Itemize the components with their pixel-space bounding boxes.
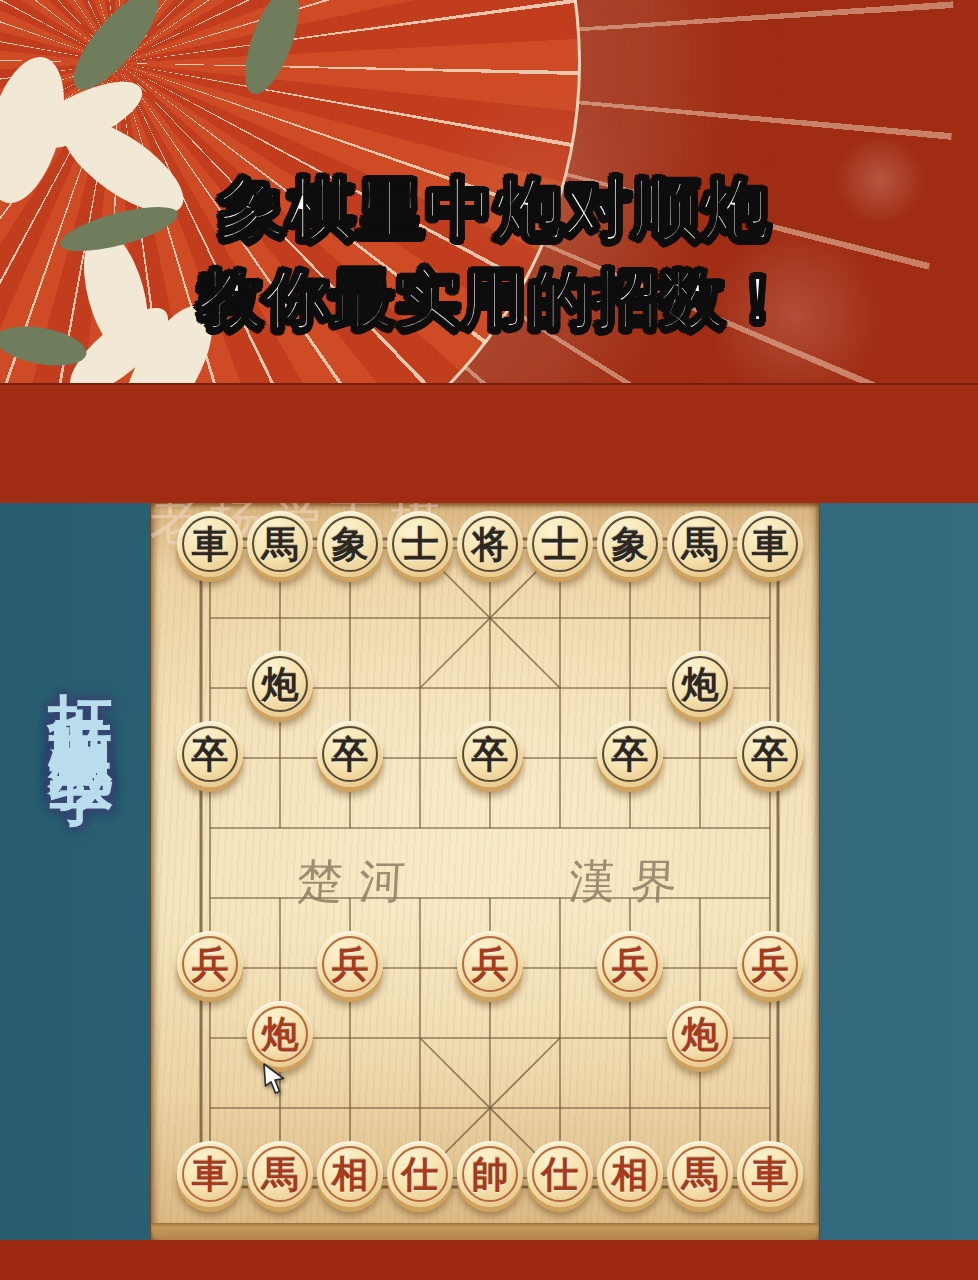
xiangqi-board[interactable]: 老杨爱下棋 楚河 漢界 車馬象士将士象馬車炮炮卒卒卒卒卒兵兵兵兵兵炮炮車馬相仕帥… xyxy=(150,503,820,1240)
pieces-layer: 車馬象士将士象馬車炮炮卒卒卒卒卒兵兵兵兵兵炮炮車馬相仕帥仕相馬車 xyxy=(151,503,819,1240)
piece-black-advisor[interactable]: 士 xyxy=(387,511,453,577)
piece-red-horse[interactable]: 馬 xyxy=(667,1141,733,1207)
piece-red-soldier[interactable]: 兵 xyxy=(457,931,523,997)
video-title-line2: 教你最实用的招数！ xyxy=(6,256,978,343)
piece-black-soldier[interactable]: 卒 xyxy=(457,721,523,787)
piece-red-cannon[interactable]: 炮 xyxy=(247,1001,313,1067)
video-title-line1: 象棋里中炮对顺炮 xyxy=(6,164,978,255)
piece-red-advisor[interactable]: 仕 xyxy=(527,1141,593,1207)
piece-red-horse[interactable]: 馬 xyxy=(247,1141,313,1207)
piece-red-general[interactable]: 帥 xyxy=(457,1141,523,1207)
piece-black-elephant[interactable]: 象 xyxy=(317,511,383,577)
video-frame: 象棋里中炮对顺炮 教你最实用的招数！ 打击顺炮教学 老杨爱下棋 楚河 漢界 車馬… xyxy=(0,0,978,1280)
piece-black-soldier[interactable]: 卒 xyxy=(737,721,803,787)
piece-red-elephant[interactable]: 相 xyxy=(597,1141,663,1207)
side-caption: 打击顺炮教学 xyxy=(38,642,125,726)
mouse-cursor xyxy=(262,1063,286,1095)
piece-black-soldier[interactable]: 卒 xyxy=(597,721,663,787)
piece-black-advisor[interactable]: 士 xyxy=(527,511,593,577)
piece-red-chariot[interactable]: 車 xyxy=(737,1141,803,1207)
piece-black-soldier[interactable]: 卒 xyxy=(317,721,383,787)
piece-red-soldier[interactable]: 兵 xyxy=(177,931,243,997)
piece-red-soldier[interactable]: 兵 xyxy=(737,931,803,997)
piece-black-chariot[interactable]: 車 xyxy=(737,511,803,577)
piece-black-general[interactable]: 将 xyxy=(457,511,523,577)
piece-black-cannon[interactable]: 炮 xyxy=(247,651,313,717)
piece-red-soldier[interactable]: 兵 xyxy=(317,931,383,997)
piece-black-elephant[interactable]: 象 xyxy=(597,511,663,577)
piece-black-horse[interactable]: 馬 xyxy=(667,511,733,577)
piece-red-elephant[interactable]: 相 xyxy=(317,1141,383,1207)
piece-red-soldier[interactable]: 兵 xyxy=(597,931,663,997)
piece-black-horse[interactable]: 馬 xyxy=(247,511,313,577)
piece-black-chariot[interactable]: 車 xyxy=(177,511,243,577)
piece-red-cannon[interactable]: 炮 xyxy=(667,1001,733,1067)
bottom-band xyxy=(0,1240,978,1280)
piece-black-soldier[interactable]: 卒 xyxy=(177,721,243,787)
piece-black-cannon[interactable]: 炮 xyxy=(667,651,733,717)
piece-red-advisor[interactable]: 仕 xyxy=(387,1141,453,1207)
piece-red-chariot[interactable]: 車 xyxy=(177,1141,243,1207)
top-banner: 象棋里中炮对顺炮 教你最实用的招数！ xyxy=(0,0,978,503)
